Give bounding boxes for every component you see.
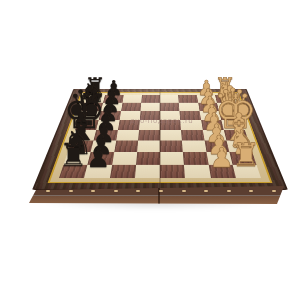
chess-board [32, 89, 288, 190]
board-square [122, 95, 142, 103]
board-square [88, 152, 114, 165]
board-square [232, 164, 261, 178]
board-square [96, 120, 119, 130]
board-square [184, 164, 210, 178]
board-square [229, 152, 256, 165]
board-square [196, 95, 216, 103]
board-square [84, 164, 112, 178]
board-square [178, 95, 198, 103]
board-square [91, 140, 116, 152]
board-square [179, 102, 199, 110]
board-square [112, 152, 137, 165]
board-square [138, 130, 160, 141]
board-square [68, 140, 94, 152]
apron-inlay-dash [249, 190, 253, 192]
board-square [224, 130, 249, 141]
board-square [64, 152, 91, 165]
board-square [101, 102, 122, 110]
apron-inlay-dash [159, 190, 163, 192]
board-square [219, 111, 242, 120]
board-square [121, 102, 141, 110]
board-square [198, 102, 219, 110]
board-square [135, 164, 160, 178]
board-square [221, 120, 245, 130]
board-square [181, 130, 204, 141]
board-square [141, 95, 160, 103]
board-square [114, 140, 138, 152]
board-square [160, 152, 184, 165]
apron-inlay-dash [114, 190, 118, 192]
board-square [208, 164, 236, 178]
board-square [160, 164, 185, 178]
board-square [140, 102, 160, 110]
apron-inlay-dash [272, 190, 276, 192]
board-square [206, 152, 232, 165]
apron-inlay-dash [227, 190, 231, 192]
board-square [79, 111, 102, 120]
board-square [183, 152, 208, 165]
board-square [84, 95, 105, 103]
apron-inlay-dash [46, 190, 50, 192]
board-square [199, 111, 221, 120]
board-square [217, 102, 239, 110]
apron-inlay-dash [136, 190, 140, 192]
apron-inlay-dash [204, 190, 208, 192]
board-square [160, 130, 182, 141]
apron-inlay-dash [182, 190, 186, 192]
board-square [160, 140, 183, 152]
board-square [160, 95, 179, 103]
apron-inlay-dash [91, 190, 95, 192]
board-square [182, 140, 206, 152]
board-square [109, 164, 135, 178]
board-square [72, 130, 97, 141]
photo-watermark: дуб-подарок.ru [130, 117, 193, 125]
board-square [116, 130, 139, 141]
board-square [202, 130, 226, 141]
board-square [59, 164, 88, 178]
board-square [215, 95, 236, 103]
board-square [99, 111, 121, 120]
board-hinge-fold-line [159, 89, 161, 189]
board-square [103, 95, 123, 103]
board-square [94, 130, 118, 141]
board-square [82, 102, 104, 110]
board-square [226, 140, 252, 152]
board-square [160, 102, 180, 110]
apron-inlay-dash [69, 190, 73, 192]
board-square [204, 140, 229, 152]
board-square [75, 120, 99, 130]
board-square [136, 152, 160, 165]
board-square [137, 140, 160, 152]
board-square [201, 120, 224, 130]
product-photo-canvas: ♜♞♝♚♛♝♞♜♟♟♟♟♟♟♟♟♟♟♟♟♟♟♟♟♜♞♝♚♛♝♞♜ дуб-под… [0, 0, 300, 300]
